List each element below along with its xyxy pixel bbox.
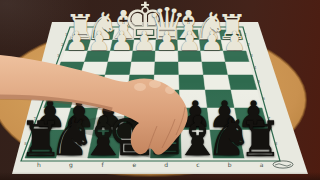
hand	[0, 0, 320, 180]
chess-photo-frame: hgfedcbahgfedcba1122334455667788 ♜♞♝♚♛♝♞…	[0, 0, 320, 180]
